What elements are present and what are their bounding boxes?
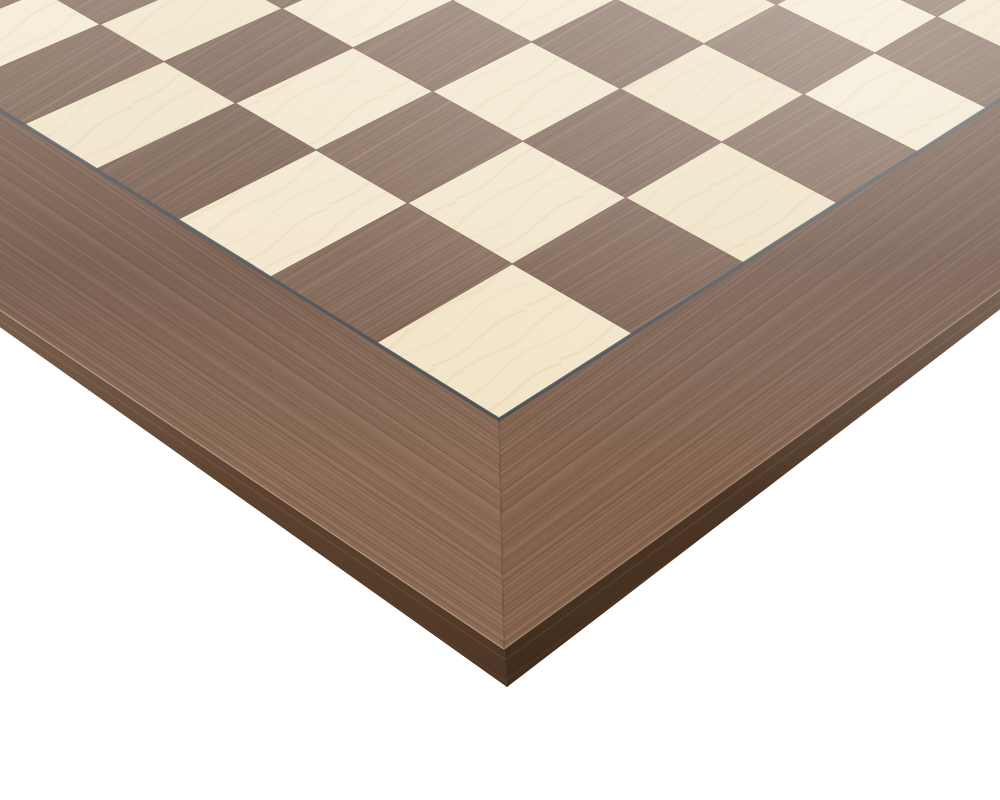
product-photo-stage (0, 0, 1000, 800)
chess-board-photo (0, 0, 1000, 800)
corner-wash-overlay (0, 0, 1000, 800)
